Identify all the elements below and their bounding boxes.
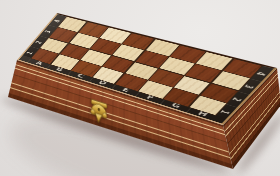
chess-box-photo: 4321 4321 ABCDEFGH xyxy=(0,0,280,176)
